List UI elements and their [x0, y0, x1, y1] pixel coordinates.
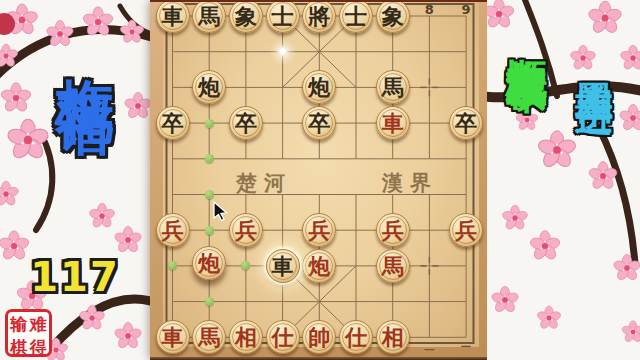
xiangqi-piece-red[interactable]: 車: [156, 320, 190, 354]
xiangqi-piece-red[interactable]: 仕: [266, 320, 300, 354]
xiangqi-piece-red[interactable]: 兵: [229, 213, 263, 247]
xiangqi-piece-red[interactable]: 相: [376, 320, 410, 354]
move-target-dot[interactable]: [205, 119, 214, 128]
file-label: 8: [425, 2, 434, 17]
xiangqi-piece-red[interactable]: 炮: [192, 246, 226, 280]
xiangqi-piece-black[interactable]: 卒: [229, 106, 263, 140]
move-target-dot[interactable]: [205, 297, 214, 306]
last-move-sparkle: ✦: [268, 37, 298, 67]
author-seal: 输 难 棋 得: [5, 309, 52, 357]
move-title: 黑车四进三1: [575, 52, 613, 127]
move-target-dot[interactable]: [205, 190, 214, 199]
xiangqi-piece-black[interactable]: 士: [266, 0, 300, 33]
river-label-right: 漢界: [382, 169, 438, 197]
xiangqi-piece-black[interactable]: 馬: [376, 70, 410, 104]
seal-char: 得: [30, 336, 47, 359]
right-decoration-panel: 顺炮直车破横车 黑车四进三1: [487, 0, 640, 360]
seal-char: 输: [10, 313, 27, 336]
xiangqi-piece-black[interactable]: 象: [229, 0, 263, 33]
xiangqi-piece-black[interactable]: 車: [266, 249, 300, 283]
xiangqi-piece-red[interactable]: 馬: [376, 249, 410, 283]
seal-char: 棋: [10, 336, 27, 359]
file-label: 二: [424, 340, 434, 354]
file-label: 一: [461, 340, 471, 354]
xiangqi-piece-red[interactable]: 相: [229, 320, 263, 354]
xiangqi-piece-red[interactable]: 車: [376, 106, 410, 140]
left-decoration-panel: 梅花谱 117 输 难 棋 得: [0, 0, 150, 360]
move-target-dot[interactable]: [205, 154, 214, 163]
xiangqi-piece-red[interactable]: 兵: [156, 213, 190, 247]
xiangqi-piece-red[interactable]: 炮: [302, 249, 336, 283]
file-label: 9: [462, 2, 471, 17]
episode-number: 117: [0, 254, 150, 300]
plum-blossom-decoration: [487, 0, 640, 360]
xiangqi-app-screenshot: 梅花谱 117 输 难 棋 得 楚河 漢界 ✦ 89二一車馬象士將士象炮炮馬卒卒…: [0, 0, 640, 360]
opening-line-title: 顺炮直车破横车: [506, 26, 547, 40]
xiangqi-piece-red[interactable]: 兵: [376, 213, 410, 247]
xiangqi-board[interactable]: 楚河 漢界 ✦ 89二一車馬象士將士象炮炮馬卒卒卒卒車車兵兵兵兵兵炮炮馬車馬相仕…: [150, 0, 487, 360]
series-title: 梅花谱: [56, 32, 114, 56]
xiangqi-piece-black[interactable]: 卒: [449, 106, 483, 140]
move-target-dot[interactable]: [205, 226, 214, 235]
xiangqi-piece-black[interactable]: 卒: [156, 106, 190, 140]
seal-char: 难: [30, 313, 47, 336]
xiangqi-piece-black[interactable]: 士: [339, 0, 373, 33]
mouse-cursor: [213, 201, 230, 222]
xiangqi-piece-black[interactable]: 車: [156, 0, 190, 33]
xiangqi-piece-black[interactable]: 象: [376, 0, 410, 33]
river-label-left: 楚河: [236, 169, 292, 197]
